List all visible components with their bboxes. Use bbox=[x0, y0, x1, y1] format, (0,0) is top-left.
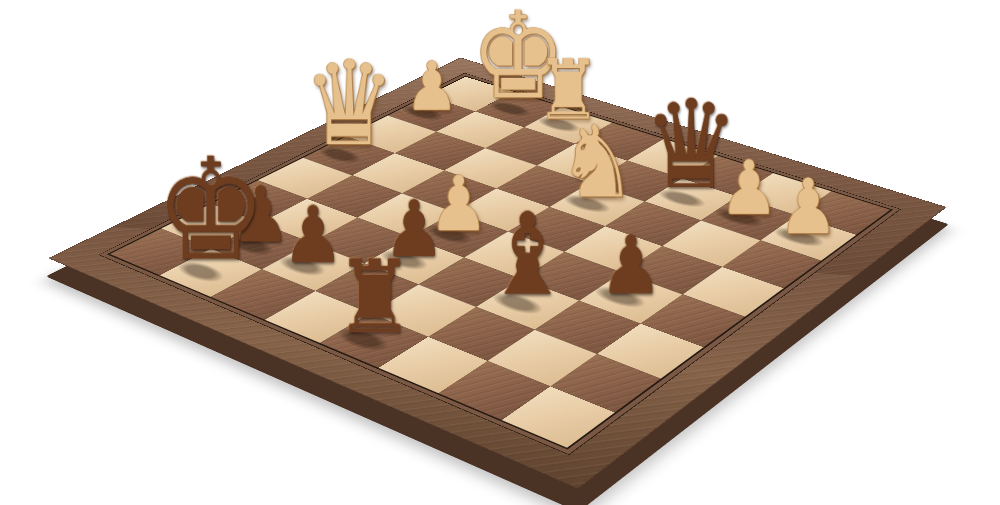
white-queen-icon: ♛ bbox=[303, 46, 395, 163]
board-grid: ♚♜♟♛♟♟♞♛♟♟♟♝♟♟♚♜ bbox=[110, 77, 891, 448]
black-king-icon: ♚ bbox=[155, 139, 266, 280]
playing-area: ♚♜♟♛♟♟♞♛♟♟♟♝♟♟♚♜ bbox=[107, 76, 893, 450]
black-bishop-icon: ♝ bbox=[483, 199, 572, 312]
white-pawn-icon: ♟ bbox=[778, 169, 838, 245]
chessboard: ♚♜♟♛♟♟♞♛♟♟♟♝♟♟♚♜ bbox=[48, 58, 946, 489]
black-rook-icon: ♜ bbox=[334, 247, 414, 348]
white-pawn-icon: ♟ bbox=[405, 53, 458, 121]
chessboard-scene: ♚♜♟♛♟♟♞♛♟♟♟♝♟♟♚♜ bbox=[0, 0, 1000, 505]
white-pawn-icon: ♟ bbox=[719, 151, 778, 226]
black-pawn-icon: ♟ bbox=[599, 225, 663, 306]
